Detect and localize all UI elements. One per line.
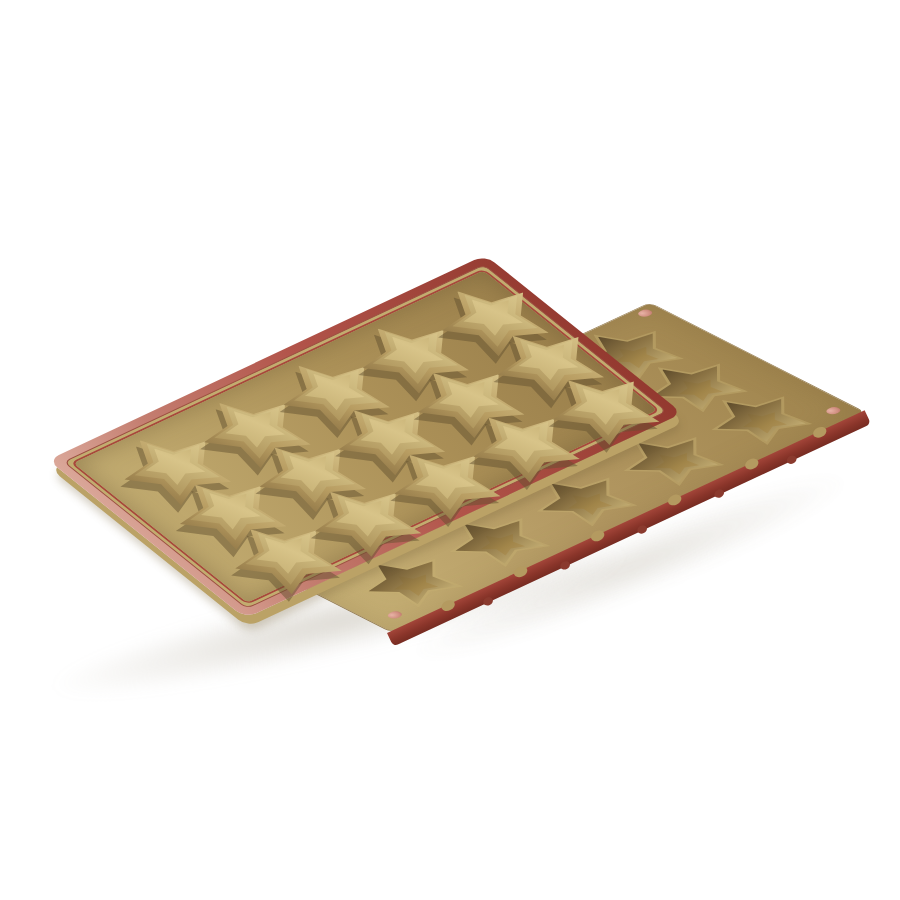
underside-nub xyxy=(713,488,725,499)
underside-nub xyxy=(785,454,797,465)
product-photo xyxy=(0,0,900,900)
